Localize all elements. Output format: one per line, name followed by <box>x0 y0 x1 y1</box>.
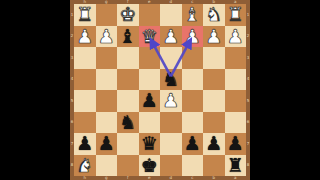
square-c1[interactable]: ♝ <box>182 4 204 26</box>
square-e2[interactable]: ♛ <box>139 26 161 48</box>
square-d3[interactable] <box>160 47 182 69</box>
piece-white-queen[interactable]: ♛ <box>141 26 158 48</box>
square-g5[interactable] <box>96 90 118 112</box>
square-a6[interactable] <box>225 112 247 134</box>
square-g8[interactable] <box>96 155 118 177</box>
square-a2[interactable]: ♟ <box>225 26 247 48</box>
square-d7[interactable] <box>160 133 182 155</box>
piece-white-rook[interactable]: ♜ <box>227 4 244 26</box>
coordinate-label: g <box>96 176 118 180</box>
square-a7[interactable]: ♟ <box>225 133 247 155</box>
square-f4[interactable] <box>117 69 139 91</box>
piece-white-knight[interactable]: ♞ <box>205 4 222 26</box>
square-d5[interactable]: ♟ <box>160 90 182 112</box>
square-d2[interactable]: ♟ <box>160 26 182 48</box>
square-b8[interactable] <box>203 155 225 177</box>
square-b6[interactable] <box>203 112 225 134</box>
rank-labels-right: 12345678 <box>246 4 250 176</box>
square-h4[interactable] <box>74 69 96 91</box>
square-e4[interactable] <box>139 69 161 91</box>
square-b4[interactable] <box>203 69 225 91</box>
square-c6[interactable] <box>182 112 204 134</box>
coordinate-label: 1 <box>246 4 250 26</box>
piece-white-pawn[interactable]: ♟ <box>227 26 244 48</box>
piece-black-knight[interactable]: ♞ <box>162 69 179 91</box>
piece-black-king[interactable]: ♚ <box>141 155 158 177</box>
piece-white-bishop[interactable]: ♝ <box>184 4 201 26</box>
square-b7[interactable]: ♟ <box>203 133 225 155</box>
square-h5[interactable] <box>74 90 96 112</box>
square-a3[interactable] <box>225 47 247 69</box>
square-e1[interactable] <box>139 4 161 26</box>
square-f8[interactable] <box>117 155 139 177</box>
piece-white-rook[interactable]: ♜ <box>76 4 93 26</box>
square-e3[interactable] <box>139 47 161 69</box>
square-g3[interactable] <box>96 47 118 69</box>
square-c2[interactable]: ♟ <box>182 26 204 48</box>
piece-black-pawn[interactable]: ♟ <box>227 133 244 155</box>
coordinate-label: 6 <box>246 112 250 134</box>
square-b1[interactable]: ♞ <box>203 4 225 26</box>
square-g1[interactable] <box>96 4 118 26</box>
piece-black-rook[interactable]: ♜ <box>227 155 244 177</box>
square-f6[interactable]: ♞ <box>117 112 139 134</box>
square-h6[interactable] <box>74 112 96 134</box>
piece-black-knight[interactable]: ♞ <box>119 112 136 134</box>
square-c8[interactable] <box>182 155 204 177</box>
coordinate-label: 4 <box>246 69 250 91</box>
board-grid: ♜♚♝♞♜♟♟♝♛♟♟♟♟♞♟♟♞♟♟♛♟♟♟♞♚♜ <box>74 4 246 176</box>
square-d6[interactable] <box>160 112 182 134</box>
coordinate-label: 3 <box>246 47 250 69</box>
square-b2[interactable]: ♟ <box>203 26 225 48</box>
piece-black-pawn[interactable]: ♟ <box>76 133 93 155</box>
square-f3[interactable] <box>117 47 139 69</box>
square-c4[interactable] <box>182 69 204 91</box>
square-g4[interactable] <box>96 69 118 91</box>
square-f7[interactable] <box>117 133 139 155</box>
coordinate-label: 2 <box>246 26 250 48</box>
piece-black-pawn[interactable]: ♟ <box>184 133 201 155</box>
square-f2[interactable]: ♝ <box>117 26 139 48</box>
coordinate-label: a <box>225 176 247 180</box>
square-d1[interactable] <box>160 4 182 26</box>
square-h1[interactable]: ♜ <box>74 4 96 26</box>
square-g7[interactable]: ♟ <box>96 133 118 155</box>
piece-black-bishop[interactable]: ♝ <box>119 26 136 48</box>
square-g6[interactable] <box>96 112 118 134</box>
piece-black-queen[interactable]: ♛ <box>141 133 158 155</box>
square-f1[interactable]: ♚ <box>117 4 139 26</box>
piece-white-pawn[interactable]: ♟ <box>184 26 201 48</box>
piece-black-pawn[interactable]: ♟ <box>98 133 115 155</box>
piece-white-pawn[interactable]: ♟ <box>205 26 222 48</box>
square-c5[interactable] <box>182 90 204 112</box>
coordinate-label: 5 <box>246 90 250 112</box>
file-labels-bottom: hgfedcba <box>74 176 246 180</box>
square-a1[interactable]: ♜ <box>225 4 247 26</box>
piece-white-pawn[interactable]: ♟ <box>98 26 115 48</box>
square-e6[interactable] <box>139 112 161 134</box>
square-a8[interactable]: ♜ <box>225 155 247 177</box>
square-a4[interactable] <box>225 69 247 91</box>
square-h3[interactable] <box>74 47 96 69</box>
coordinate-label: f <box>117 176 139 180</box>
piece-black-pawn[interactable]: ♟ <box>141 90 158 112</box>
coordinate-label: c <box>182 176 204 180</box>
piece-white-king[interactable]: ♚ <box>119 4 136 26</box>
square-h2[interactable]: ♟ <box>74 26 96 48</box>
square-e8[interactable]: ♚ <box>139 155 161 177</box>
coordinate-label: b <box>203 176 225 180</box>
square-c3[interactable] <box>182 47 204 69</box>
chess-board: hgfedcba hgfedcba 12345678 12345678 ♜♚♝♞… <box>70 0 250 180</box>
square-e5[interactable]: ♟ <box>139 90 161 112</box>
square-c7[interactable]: ♟ <box>182 133 204 155</box>
coordinate-label: 7 <box>246 133 250 155</box>
square-d4[interactable]: ♞ <box>160 69 182 91</box>
square-a5[interactable] <box>225 90 247 112</box>
piece-white-knight[interactable]: ♞ <box>76 155 93 177</box>
piece-black-pawn[interactable]: ♟ <box>205 133 222 155</box>
coordinate-label: d <box>160 176 182 180</box>
square-d8[interactable] <box>160 155 182 177</box>
square-e7[interactable]: ♛ <box>139 133 161 155</box>
square-f5[interactable] <box>117 90 139 112</box>
piece-white-pawn[interactable]: ♟ <box>162 26 179 48</box>
coordinate-label: h <box>74 176 96 180</box>
piece-white-pawn[interactable]: ♟ <box>76 26 93 48</box>
square-b5[interactable] <box>203 90 225 112</box>
square-b3[interactable] <box>203 47 225 69</box>
square-g2[interactable]: ♟ <box>96 26 118 48</box>
square-h8[interactable]: ♞ <box>74 155 96 177</box>
coordinate-label: e <box>139 176 161 180</box>
piece-white-pawn[interactable]: ♟ <box>162 90 179 112</box>
coordinate-label: 8 <box>246 155 250 177</box>
square-h7[interactable]: ♟ <box>74 133 96 155</box>
